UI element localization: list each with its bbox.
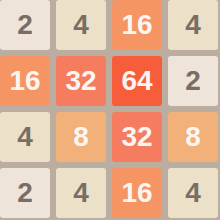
tile-value: 16 bbox=[121, 179, 152, 207]
tile-value: 16 bbox=[9, 67, 40, 95]
tile-2: 2 bbox=[168, 56, 218, 106]
tile-value: 16 bbox=[121, 11, 152, 39]
tile-32: 32 bbox=[112, 112, 162, 162]
tile-value: 4 bbox=[73, 179, 89, 207]
tile-value: 32 bbox=[121, 123, 152, 151]
tile-16: 16 bbox=[0, 56, 50, 106]
tile-4: 4 bbox=[168, 168, 218, 218]
tile-16: 16 bbox=[112, 168, 162, 218]
tile-8: 8 bbox=[56, 112, 106, 162]
tile-16: 16 bbox=[112, 0, 162, 50]
tile-value: 4 bbox=[17, 123, 33, 151]
tile-32: 32 bbox=[56, 56, 106, 106]
tile-value: 4 bbox=[185, 11, 201, 39]
tile-value: 64 bbox=[121, 67, 152, 95]
tile-4: 4 bbox=[56, 0, 106, 50]
tile-2: 2 bbox=[0, 0, 50, 50]
tile-value: 2 bbox=[185, 67, 201, 95]
tile-4: 4 bbox=[0, 112, 50, 162]
tile-value: 4 bbox=[185, 179, 201, 207]
tile-64: 64 bbox=[112, 56, 162, 106]
tile-value: 4 bbox=[73, 11, 89, 39]
tile-8: 8 bbox=[168, 112, 218, 162]
tile-2: 2 bbox=[0, 168, 50, 218]
2048-board[interactable]: 2416416326424832824164 bbox=[0, 0, 220, 220]
tile-4: 4 bbox=[56, 168, 106, 218]
tile-value: 32 bbox=[65, 67, 96, 95]
tile-4: 4 bbox=[168, 0, 218, 50]
tile-value: 8 bbox=[73, 123, 89, 151]
tile-value: 8 bbox=[185, 123, 201, 151]
tile-value: 2 bbox=[17, 11, 33, 39]
tile-value: 2 bbox=[17, 179, 33, 207]
